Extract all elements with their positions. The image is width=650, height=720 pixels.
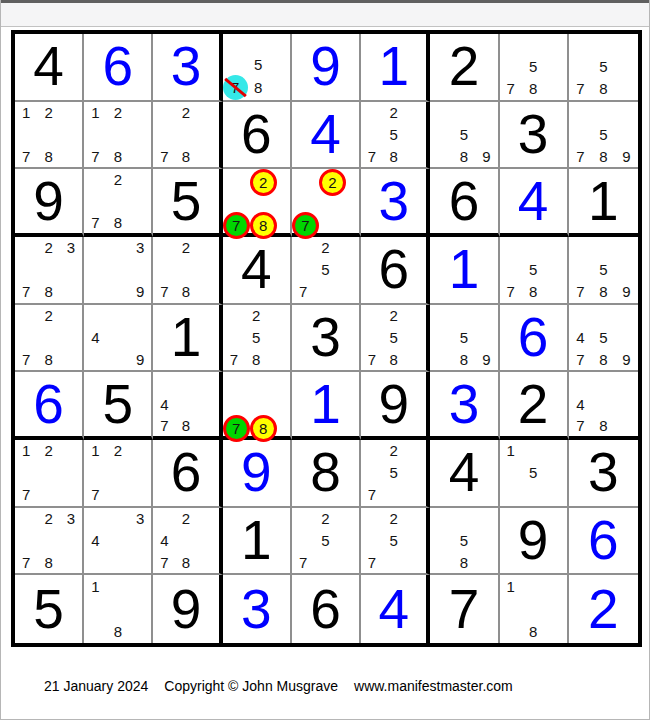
cell-r8c8: 9 — [500, 508, 569, 576]
cell-r7c2: 127 — [84, 440, 153, 508]
pencil-marks: 2378 — [15, 237, 82, 303]
candidate-8: 8 — [182, 554, 190, 571]
pencil-marks: 278 — [153, 237, 218, 303]
candidate-8: 8 — [44, 283, 52, 300]
candidate-8: 8 — [599, 80, 607, 97]
window-top-edge — [1, 0, 649, 27]
cell-r6c3: 478 — [153, 372, 222, 440]
candidate-2-yellow-circle: 2 — [319, 169, 346, 196]
candidate-9: 9 — [622, 351, 630, 368]
given-digit-6: 6 — [171, 445, 202, 500]
cell-r9c2: 18 — [84, 575, 153, 643]
candidate-5: 5 — [390, 126, 398, 143]
cell-r5c8: 6 — [500, 305, 569, 373]
cell-r2c5: 4 — [292, 102, 361, 170]
cell-r4c7: 1 — [430, 237, 499, 305]
solved-digit-1: 1 — [449, 242, 480, 297]
candidate-9: 9 — [482, 351, 490, 368]
solved-digit-3: 3 — [171, 39, 202, 94]
candidate-8: 8 — [390, 148, 398, 165]
candidate-7: 7 — [22, 148, 30, 165]
candidate-2: 2 — [44, 442, 52, 459]
pencil-marks: 45789 — [569, 305, 638, 371]
cell-r7c6: 257 — [361, 440, 430, 508]
candidate-2: 2 — [321, 239, 329, 256]
cell-r4c8: 578 — [500, 237, 569, 305]
cell-r3c8: 4 — [500, 169, 569, 237]
cell-r4c1: 2378 — [15, 237, 84, 305]
pencil-marks: 34 — [84, 508, 151, 574]
given-digit-6: 6 — [378, 242, 409, 297]
cell-r1c7: 2 — [430, 34, 499, 102]
cell-r1c4: 578 — [223, 34, 292, 102]
candidate-2: 2 — [44, 510, 52, 527]
pencil-marks: 578 — [569, 34, 638, 100]
cell-r3c1: 9 — [15, 169, 84, 237]
candidate-7: 7 — [576, 351, 584, 368]
candidate-7: 7 — [22, 486, 30, 503]
candidate-8: 8 — [460, 554, 468, 571]
candidate-8-yellow-circle: 8 — [250, 212, 277, 239]
footer-website: www.manifestmaster.com — [354, 678, 513, 694]
cell-r1c6: 1 — [361, 34, 430, 102]
cell-r2c9: 5789 — [569, 102, 638, 170]
pencil-marks: 578 — [500, 34, 567, 100]
page: 4635789125785781278127827864257858935789… — [0, 0, 650, 720]
cell-r1c8: 578 — [500, 34, 569, 102]
candidate-1: 1 — [22, 442, 30, 459]
candidate-5: 5 — [321, 532, 329, 549]
candidate-2: 2 — [182, 510, 190, 527]
candidate-7: 7 — [230, 351, 238, 368]
candidate-4: 4 — [160, 396, 168, 413]
cell-r6c6: 9 — [361, 372, 430, 440]
candidate-8: 8 — [114, 623, 122, 640]
cell-r1c2: 6 — [84, 34, 153, 102]
given-digit-9: 9 — [33, 174, 64, 229]
pencil-marks: 1278 — [84, 102, 151, 168]
candidate-3: 3 — [136, 510, 144, 527]
cell-r7c1: 127 — [15, 440, 84, 508]
cell-r4c6: 6 — [361, 237, 430, 305]
cell-r8c4: 1 — [223, 508, 292, 576]
candidate-5: 5 — [529, 261, 537, 278]
sudoku-board: 4635789125785781278127827864257858935789… — [11, 30, 642, 647]
pencil-marks: 278 — [84, 169, 151, 233]
candidate-5: 5 — [321, 261, 329, 278]
cell-r9c3: 9 — [153, 575, 222, 643]
candidate-2: 2 — [390, 442, 398, 459]
cell-r7c4: 9 — [223, 440, 292, 508]
candidate-7: 7 — [160, 148, 168, 165]
candidate-8: 8 — [599, 417, 607, 434]
cell-r9c9: 2 — [569, 575, 638, 643]
candidate-7: 7 — [91, 148, 99, 165]
candidate-8: 8 — [529, 283, 537, 300]
candidate-4: 4 — [91, 329, 99, 346]
given-digit-6: 6 — [449, 174, 480, 229]
footer-copyright: Copyright © John Musgrave — [164, 678, 338, 694]
cell-r9c8: 18 — [500, 575, 569, 643]
candidate-7: 7 — [576, 148, 584, 165]
candidate-8: 8 — [44, 148, 52, 165]
cell-r2c3: 278 — [153, 102, 222, 170]
candidate-5: 5 — [529, 58, 537, 75]
given-digit-3: 3 — [518, 107, 549, 162]
pencil-marks: 5789 — [569, 237, 638, 303]
cell-r7c8: 15 — [500, 440, 569, 508]
cell-r5c5: 3 — [292, 305, 361, 373]
candidate-4: 4 — [91, 532, 99, 549]
candidate-7: 7 — [160, 417, 168, 434]
pencil-marks: 49 — [84, 305, 151, 371]
solved-digit-9: 9 — [310, 39, 341, 94]
pencil-marks: 589 — [430, 305, 497, 371]
cell-r5c1: 278 — [15, 305, 84, 373]
candidate-8: 8 — [182, 148, 190, 165]
cell-r3c3: 5 — [153, 169, 222, 237]
candidate-1: 1 — [507, 578, 515, 595]
cell-r8c9: 6 — [569, 508, 638, 576]
candidate-5: 5 — [460, 126, 468, 143]
pencil-marks: 257 — [361, 508, 426, 574]
cell-r9c5: 6 — [292, 575, 361, 643]
candidate-7: 7 — [368, 554, 376, 571]
pencil-marks: 2578 — [361, 102, 426, 168]
pencil-marks: 1278 — [15, 102, 82, 168]
given-digit-9: 9 — [378, 377, 409, 432]
pencil-marks: 2578 — [361, 305, 426, 371]
pencil-marks: 257 — [292, 237, 359, 303]
solved-digit-3: 3 — [449, 377, 480, 432]
candidate-4: 4 — [576, 329, 584, 346]
candidate-8: 8 — [182, 283, 190, 300]
candidate-5: 5 — [252, 329, 260, 346]
candidate-8: 8 — [599, 283, 607, 300]
candidate-8: 8 — [182, 417, 190, 434]
given-digit-2: 2 — [518, 377, 549, 432]
cell-r6c1: 6 — [15, 372, 84, 440]
cell-r9c7: 7 — [430, 575, 499, 643]
candidate-5: 5 — [390, 532, 398, 549]
cell-r2c7: 589 — [430, 102, 499, 170]
solved-digit-2: 2 — [588, 582, 619, 637]
candidate-7: 7 — [91, 486, 99, 503]
cell-r1c1: 4 — [15, 34, 84, 102]
solved-digit-6: 6 — [103, 39, 134, 94]
candidate-7: 7 — [576, 417, 584, 434]
candidate-5: 5 — [460, 532, 468, 549]
candidate-8: 8 — [114, 214, 122, 231]
cell-r2c1: 1278 — [15, 102, 84, 170]
candidate-7: 7 — [576, 80, 584, 97]
pencil-marks: 58 — [430, 508, 497, 574]
cell-r8c2: 34 — [84, 508, 153, 576]
pencil-marks: 478 — [569, 372, 638, 436]
cell-r8c6: 257 — [361, 508, 430, 576]
candidate-7: 7 — [299, 283, 307, 300]
cell-r8c1: 2378 — [15, 508, 84, 576]
candidate-2: 2 — [182, 239, 190, 256]
cell-r3c7: 6 — [430, 169, 499, 237]
candidate-5: 5 — [529, 464, 537, 481]
candidate-2: 2 — [252, 307, 260, 324]
pencil-marks: 15 — [500, 440, 567, 506]
pencil-marks: 78 — [223, 372, 290, 436]
cell-r2c4: 6 — [223, 102, 292, 170]
candidate-7: 7 — [368, 351, 376, 368]
candidate-8: 8 — [254, 79, 262, 96]
candidate-8: 8 — [390, 351, 398, 368]
given-digit-5: 5 — [103, 377, 134, 432]
cell-r5c6: 2578 — [361, 305, 430, 373]
candidate-7-green-circle: 7 — [292, 212, 319, 239]
candidate-8: 8 — [529, 623, 537, 640]
given-digit-5: 5 — [171, 174, 202, 229]
cell-r2c2: 1278 — [84, 102, 153, 170]
solved-digit-9: 9 — [241, 445, 272, 500]
given-digit-9: 9 — [171, 582, 202, 637]
cell-r1c9: 578 — [569, 34, 638, 102]
candidate-7: 7 — [22, 351, 30, 368]
given-digit-5: 5 — [33, 582, 64, 637]
footer-date: 21 January 2024 — [44, 678, 148, 694]
candidate-5: 5 — [390, 329, 398, 346]
candidate-7-cyan-circle-struck: 7 — [223, 75, 248, 100]
solved-digit-4: 4 — [310, 107, 341, 162]
given-digit-4: 4 — [33, 39, 64, 94]
candidate-8: 8 — [599, 148, 607, 165]
candidate-7: 7 — [22, 283, 30, 300]
candidate-7: 7 — [507, 80, 515, 97]
pencil-marks: 2578 — [223, 305, 290, 371]
given-digit-6: 6 — [310, 582, 341, 637]
candidate-2: 2 — [114, 442, 122, 459]
candidate-7-green-circle: 7 — [223, 212, 250, 239]
given-digit-4: 4 — [241, 242, 272, 297]
candidate-5: 5 — [599, 58, 607, 75]
cell-r4c5: 257 — [292, 237, 361, 305]
candidate-7: 7 — [22, 554, 30, 571]
solved-digit-1: 1 — [310, 377, 341, 432]
candidate-1: 1 — [91, 104, 99, 121]
candidate-4: 4 — [160, 532, 168, 549]
cell-r3c4: 278 — [223, 169, 292, 237]
pencil-marks: 278 — [153, 102, 218, 168]
candidate-5: 5 — [599, 329, 607, 346]
solved-digit-3: 3 — [378, 174, 409, 229]
pencil-marks: 5789 — [569, 102, 638, 168]
candidate-2-yellow-circle: 2 — [250, 169, 277, 196]
given-digit-3: 3 — [310, 310, 341, 365]
solved-digit-3: 3 — [241, 582, 272, 637]
candidate-1: 1 — [507, 442, 515, 459]
given-digit-8: 8 — [310, 445, 341, 500]
candidate-2: 2 — [390, 307, 398, 324]
pencil-marks: 257 — [361, 440, 426, 506]
solved-digit-6: 6 — [518, 310, 549, 365]
cell-r2c6: 2578 — [361, 102, 430, 170]
pencil-marks: 27 — [292, 169, 359, 233]
solved-digit-4: 4 — [378, 582, 409, 637]
candidate-3: 3 — [136, 239, 144, 256]
cell-r4c3: 278 — [153, 237, 222, 305]
pencil-marks: 478 — [153, 372, 218, 436]
cell-r3c2: 278 — [84, 169, 153, 237]
pencil-marks: 18 — [500, 575, 567, 643]
candidate-7: 7 — [91, 214, 99, 231]
solved-digit-6: 6 — [588, 513, 619, 568]
pencil-marks: 127 — [15, 440, 82, 506]
candidate-5: 5 — [599, 126, 607, 143]
candidate-7-green-circle: 7 — [223, 415, 250, 442]
cell-r5c2: 49 — [84, 305, 153, 373]
cell-r9c6: 4 — [361, 575, 430, 643]
candidate-9: 9 — [136, 351, 144, 368]
candidate-8: 8 — [44, 554, 52, 571]
cell-r8c5: 257 — [292, 508, 361, 576]
candidate-1: 1 — [22, 104, 30, 121]
given-digit-1: 1 — [241, 513, 272, 568]
candidate-7: 7 — [576, 283, 584, 300]
candidate-3: 3 — [67, 510, 75, 527]
cell-r6c4: 78 — [223, 372, 292, 440]
pencil-marks: 2378 — [15, 508, 82, 574]
solved-digit-4: 4 — [518, 174, 549, 229]
candidate-8: 8 — [252, 351, 260, 368]
cell-r3c6: 3 — [361, 169, 430, 237]
given-digit-1: 1 — [588, 174, 619, 229]
pencil-marks: 2478 — [153, 508, 218, 574]
candidate-1: 1 — [91, 578, 99, 595]
given-digit-7: 7 — [449, 582, 480, 637]
candidate-7: 7 — [368, 486, 376, 503]
candidate-7: 7 — [160, 554, 168, 571]
pencil-marks: 127 — [84, 440, 151, 506]
given-digit-3: 3 — [588, 445, 619, 500]
given-digit-6: 6 — [241, 107, 272, 162]
candidate-8-yellow-circle: 8 — [250, 415, 277, 442]
candidate-5: 5 — [254, 56, 262, 73]
candidate-7: 7 — [299, 554, 307, 571]
cell-r2c8: 3 — [500, 102, 569, 170]
candidate-9: 9 — [622, 283, 630, 300]
cell-r3c5: 27 — [292, 169, 361, 237]
candidate-3: 3 — [67, 239, 75, 256]
candidate-2: 2 — [114, 171, 122, 188]
cell-r5c7: 589 — [430, 305, 499, 373]
cell-r4c2: 39 — [84, 237, 153, 305]
cell-r6c2: 5 — [84, 372, 153, 440]
pencil-marks: 257 — [292, 508, 359, 574]
given-digit-4: 4 — [449, 445, 480, 500]
candidate-2: 2 — [44, 307, 52, 324]
solved-digit-6: 6 — [33, 377, 64, 432]
pencil-marks: 278 — [15, 305, 82, 371]
given-digit-2: 2 — [449, 39, 480, 94]
candidate-5: 5 — [390, 464, 398, 481]
pencil-marks: 278 — [223, 169, 290, 233]
candidate-2: 2 — [182, 104, 190, 121]
candidate-2: 2 — [114, 104, 122, 121]
cell-r7c5: 8 — [292, 440, 361, 508]
cell-r6c8: 2 — [500, 372, 569, 440]
cell-r6c9: 478 — [569, 372, 638, 440]
candidate-8: 8 — [599, 351, 607, 368]
cell-r5c4: 2578 — [223, 305, 292, 373]
cell-r7c3: 6 — [153, 440, 222, 508]
cell-r4c4: 4 — [223, 237, 292, 305]
pencil-marks: 18 — [84, 575, 151, 643]
candidate-8: 8 — [44, 351, 52, 368]
candidate-8: 8 — [460, 351, 468, 368]
cell-r4c9: 5789 — [569, 237, 638, 305]
cell-r6c7: 3 — [430, 372, 499, 440]
candidate-7: 7 — [368, 148, 376, 165]
candidate-2: 2 — [390, 510, 398, 527]
pencil-marks: 578 — [500, 237, 567, 303]
cell-r9c4: 3 — [223, 575, 292, 643]
pencil-marks: 578 — [223, 34, 290, 100]
cell-r7c9: 3 — [569, 440, 638, 508]
pencil-marks: 589 — [430, 102, 497, 168]
candidate-1: 1 — [91, 442, 99, 459]
pencil-marks: 39 — [84, 237, 151, 303]
candidate-2: 2 — [321, 510, 329, 527]
cell-r8c3: 2478 — [153, 508, 222, 576]
candidate-5: 5 — [599, 261, 607, 278]
candidate-7: 7 — [160, 283, 168, 300]
cell-r6c5: 1 — [292, 372, 361, 440]
cell-r1c5: 9 — [292, 34, 361, 102]
cell-r9c1: 5 — [15, 575, 84, 643]
cell-r8c7: 58 — [430, 508, 499, 576]
given-digit-1: 1 — [171, 310, 202, 365]
candidate-4: 4 — [576, 396, 584, 413]
candidate-8: 8 — [460, 148, 468, 165]
cell-r1c3: 3 — [153, 34, 222, 102]
solved-digit-1: 1 — [378, 39, 409, 94]
candidate-8: 8 — [529, 80, 537, 97]
candidate-7: 7 — [507, 283, 515, 300]
candidate-8: 8 — [114, 148, 122, 165]
cell-r7c7: 4 — [430, 440, 499, 508]
candidate-5: 5 — [460, 329, 468, 346]
candidate-2: 2 — [44, 104, 52, 121]
candidate-2: 2 — [390, 104, 398, 121]
given-digit-9: 9 — [518, 513, 549, 568]
candidate-9: 9 — [482, 148, 490, 165]
cell-r5c9: 45789 — [569, 305, 638, 373]
candidate-9: 9 — [136, 283, 144, 300]
candidate-2: 2 — [44, 239, 52, 256]
candidate-9: 9 — [622, 148, 630, 165]
cell-r5c3: 1 — [153, 305, 222, 373]
footer: 21 January 2024 Copyright © John Musgrav… — [44, 678, 513, 694]
cell-r3c9: 1 — [569, 169, 638, 237]
